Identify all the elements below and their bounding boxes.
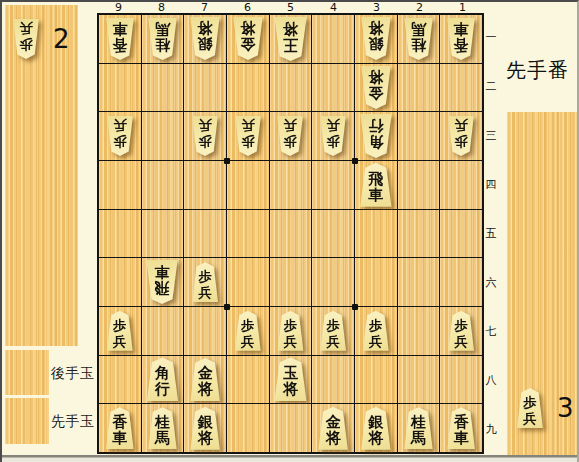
sente-king-label: 先手玉 bbox=[51, 413, 95, 431]
piece-kanji: 歩 bbox=[369, 317, 383, 333]
hoshi-dot bbox=[352, 158, 358, 164]
piece-sente-hisha[interactable]: 飛車 bbox=[359, 163, 393, 207]
rank-label-3: 三 bbox=[484, 111, 498, 160]
cell-7-5[interactable] bbox=[184, 210, 226, 258]
cell-7-8[interactable]: 金将 bbox=[184, 356, 226, 404]
piece-gote-kyo[interactable]: 香車 bbox=[105, 18, 135, 60]
cell-3-2[interactable]: 金将 bbox=[355, 64, 397, 112]
piece-kanji: 行 bbox=[368, 118, 383, 134]
cell-8-4[interactable] bbox=[142, 161, 184, 209]
piece-kanji: 銀 bbox=[368, 414, 383, 430]
piece-gote-kin[interactable]: 金将 bbox=[232, 17, 264, 60]
cell-4-8[interactable] bbox=[312, 356, 354, 404]
piece-sente-fu[interactable]: 歩兵 bbox=[447, 311, 475, 351]
piece-kanji: 金 bbox=[240, 37, 255, 53]
cell-8-5[interactable] bbox=[142, 210, 184, 258]
cell-2-4[interactable] bbox=[398, 161, 440, 209]
piece-kanji: 兵 bbox=[326, 118, 340, 134]
cell-1-7[interactable]: 歩兵 bbox=[440, 307, 482, 355]
cell-9-9[interactable]: 香車 bbox=[99, 404, 141, 452]
cell-8-2[interactable] bbox=[142, 64, 184, 112]
cell-5-5[interactable] bbox=[270, 210, 312, 258]
piece-kanji: 兵 bbox=[113, 118, 127, 134]
cell-2-6[interactable] bbox=[398, 258, 440, 306]
cell-8-9[interactable]: 桂馬 bbox=[142, 404, 184, 452]
piece-kanji: 飛 bbox=[368, 171, 383, 187]
piece-gote-fu[interactable]: 歩兵 bbox=[276, 116, 304, 156]
cell-2-5[interactable] bbox=[398, 210, 440, 258]
hoshi-dot bbox=[352, 304, 358, 310]
piece-gote-kei[interactable]: 桂馬 bbox=[403, 18, 434, 60]
cell-8-8[interactable]: 角行 bbox=[142, 356, 184, 404]
cell-7-7[interactable] bbox=[184, 307, 226, 355]
cell-8-1[interactable]: 桂馬 bbox=[142, 15, 184, 63]
cell-1-6[interactable] bbox=[440, 258, 482, 306]
piece-gote-fu[interactable]: 歩兵 bbox=[106, 116, 134, 156]
piece-sente-kin[interactable]: 金将 bbox=[317, 407, 349, 450]
piece-kanji: 兵 bbox=[241, 118, 255, 134]
hoshi-dot bbox=[224, 158, 230, 164]
piece-kanji: 兵 bbox=[284, 333, 298, 349]
piece-kanji: 銀 bbox=[198, 414, 213, 430]
piece-kanji: 馬 bbox=[411, 21, 426, 37]
piece-sente-kei[interactable]: 桂馬 bbox=[147, 407, 178, 449]
piece-kanji: 香 bbox=[112, 414, 127, 430]
gote-hand-count: 2 bbox=[53, 24, 70, 54]
cell-5-9[interactable] bbox=[270, 404, 312, 452]
piece-gote-kin[interactable]: 金将 bbox=[360, 66, 392, 109]
window-bottom-edge bbox=[2, 455, 577, 462]
rank-label-8: 八 bbox=[484, 356, 498, 405]
rank-label-4: 四 bbox=[484, 160, 498, 209]
cell-9-5[interactable] bbox=[99, 210, 141, 258]
gote-hand-slot: 歩兵2 bbox=[12, 19, 70, 59]
piece-kanji: 桂 bbox=[155, 37, 170, 53]
piece-kanji: 歩 bbox=[454, 134, 468, 150]
cell-4-1[interactable] bbox=[312, 15, 354, 63]
piece-kanji: 将 bbox=[283, 21, 298, 37]
cell-3-3[interactable]: 角行 bbox=[355, 112, 397, 160]
piece-kanji: 飛 bbox=[155, 280, 170, 296]
piece-kanji: 将 bbox=[368, 21, 383, 37]
piece-sente-fu[interactable]: 歩兵 bbox=[234, 311, 262, 351]
cell-6-2[interactable] bbox=[227, 64, 269, 112]
piece-kanji: 歩 bbox=[198, 268, 212, 284]
cell-1-3[interactable]: 歩兵 bbox=[440, 112, 482, 160]
piece-gote-fu[interactable]: 歩兵 bbox=[234, 116, 262, 156]
piece-kanji: 車 bbox=[454, 21, 469, 37]
piece-kanji: 桂 bbox=[411, 37, 426, 53]
cell-9-2[interactable] bbox=[99, 64, 141, 112]
piece-gote-gin[interactable]: 銀将 bbox=[189, 17, 221, 60]
piece-kanji: 桂 bbox=[411, 414, 426, 430]
piece-kanji: 将 bbox=[283, 381, 298, 397]
piece-kanji: 将 bbox=[198, 21, 213, 37]
piece-kanji: 兵 bbox=[198, 118, 212, 134]
piece-sente-fu[interactable]: 歩兵 bbox=[106, 311, 134, 351]
piece-kanji: 車 bbox=[112, 430, 127, 446]
piece-kanji: 兵 bbox=[454, 333, 468, 349]
piece-kanji: 兵 bbox=[454, 118, 468, 134]
piece-kanji: 角 bbox=[368, 134, 383, 150]
gote-king-tray bbox=[5, 350, 49, 395]
cell-6-7[interactable]: 歩兵 bbox=[227, 307, 269, 355]
piece-kanji: 歩 bbox=[198, 134, 212, 150]
piece-kanji: 金 bbox=[326, 414, 341, 430]
cell-5-3[interactable]: 歩兵 bbox=[270, 112, 312, 160]
cell-6-4[interactable] bbox=[227, 161, 269, 209]
cell-2-1[interactable]: 桂馬 bbox=[398, 15, 440, 63]
rank-label-6: 六 bbox=[484, 258, 498, 307]
rank-label-7: 七 bbox=[484, 307, 498, 356]
piece-gote-fu[interactable]: 歩兵 bbox=[319, 116, 347, 156]
piece-kanji: 将 bbox=[198, 381, 213, 397]
piece-kanji: 歩 bbox=[113, 134, 127, 150]
cell-6-8[interactable] bbox=[227, 356, 269, 404]
cell-5-8[interactable]: 玉将 bbox=[270, 356, 312, 404]
piece-sente-gin[interactable]: 銀将 bbox=[189, 407, 221, 450]
piece-sente-kyo[interactable]: 香車 bbox=[105, 407, 135, 449]
piece-kanji: 行 bbox=[155, 381, 170, 397]
piece-kanji: 歩 bbox=[241, 134, 255, 150]
cell-8-7[interactable] bbox=[142, 307, 184, 355]
cell-9-1[interactable]: 香車 bbox=[99, 15, 141, 63]
piece-kanji: 将 bbox=[198, 430, 213, 446]
cell-5-7[interactable]: 歩兵 bbox=[270, 307, 312, 355]
piece-gote-fu[interactable]: 歩兵 bbox=[191, 116, 219, 156]
cell-3-4[interactable]: 飛車 bbox=[355, 161, 397, 209]
piece-gote-fu[interactable]: 歩兵 bbox=[12, 19, 40, 59]
piece-kanji: 香 bbox=[112, 37, 127, 53]
cell-7-4[interactable] bbox=[184, 161, 226, 209]
piece-kanji: 馬 bbox=[411, 430, 426, 446]
piece-sente-gyoku[interactable]: 玉将 bbox=[273, 357, 308, 401]
piece-kanji: 歩 bbox=[19, 37, 33, 53]
cell-9-6[interactable] bbox=[99, 258, 141, 306]
hoshi-dot bbox=[224, 304, 230, 310]
cell-4-3[interactable]: 歩兵 bbox=[312, 112, 354, 160]
cell-2-7[interactable] bbox=[398, 307, 440, 355]
cell-2-8[interactable] bbox=[398, 356, 440, 404]
cell-4-5[interactable] bbox=[312, 210, 354, 258]
piece-kanji: 兵 bbox=[284, 118, 298, 134]
cell-4-6[interactable] bbox=[312, 258, 354, 306]
piece-kanji: 将 bbox=[368, 69, 383, 85]
piece-kanji: 車 bbox=[112, 21, 127, 37]
cell-3-8[interactable] bbox=[355, 356, 397, 404]
piece-gote-gin[interactable]: 銀将 bbox=[360, 17, 392, 60]
piece-kanji: 歩 bbox=[113, 317, 127, 333]
piece-sente-fu[interactable]: 歩兵 bbox=[276, 311, 304, 351]
cell-5-1[interactable]: 王将 bbox=[270, 15, 312, 63]
piece-kanji: 車 bbox=[454, 430, 469, 446]
cell-3-7[interactable]: 歩兵 bbox=[355, 307, 397, 355]
piece-kanji: 角 bbox=[155, 365, 170, 381]
rank-label-9: 九 bbox=[484, 405, 498, 454]
cell-3-9[interactable]: 銀将 bbox=[355, 404, 397, 452]
piece-kanji: 歩 bbox=[241, 317, 255, 333]
cell-5-6[interactable] bbox=[270, 258, 312, 306]
cell-2-3[interactable] bbox=[398, 112, 440, 160]
cell-4-4[interactable] bbox=[312, 161, 354, 209]
piece-kanji: 玉 bbox=[283, 365, 298, 381]
cell-3-5[interactable] bbox=[355, 210, 397, 258]
piece-kanji: 将 bbox=[368, 430, 383, 446]
cell-7-2[interactable] bbox=[184, 64, 226, 112]
piece-sente-fu[interactable]: 歩兵 bbox=[516, 388, 544, 428]
piece-kanji: 車 bbox=[368, 187, 383, 203]
piece-gote-kaku[interactable]: 角行 bbox=[359, 114, 393, 158]
piece-sente-kyo[interactable]: 香車 bbox=[446, 407, 476, 449]
piece-kanji: 兵 bbox=[198, 284, 212, 300]
piece-sente-kin[interactable]: 金将 bbox=[189, 358, 221, 401]
piece-kanji: 歩 bbox=[284, 134, 298, 150]
piece-gote-kei[interactable]: 桂馬 bbox=[147, 18, 178, 60]
shogi-app-window: 歩兵2 後手玉 先手玉 987654321 一二三四五六七八九 香車桂馬銀将金将… bbox=[0, 0, 579, 462]
piece-kanji: 香 bbox=[454, 414, 469, 430]
cell-3-6[interactable] bbox=[355, 258, 397, 306]
piece-sente-fu[interactable]: 歩兵 bbox=[319, 311, 347, 351]
cell-1-2[interactable] bbox=[440, 64, 482, 112]
cell-9-3[interactable]: 歩兵 bbox=[99, 112, 141, 160]
gote-komadai-tray: 歩兵2 bbox=[5, 5, 78, 346]
rank-label-1: 一 bbox=[484, 13, 498, 62]
cell-4-9[interactable]: 金将 bbox=[312, 404, 354, 452]
shogi-board: 香車桂馬銀将金将王将銀将桂馬香車金将歩兵歩兵歩兵歩兵歩兵角行歩兵飛車飛車歩兵歩兵… bbox=[97, 13, 484, 454]
piece-kanji: 香 bbox=[454, 37, 469, 53]
cell-4-7[interactable]: 歩兵 bbox=[312, 307, 354, 355]
cell-9-4[interactable] bbox=[99, 161, 141, 209]
sente-hand-count: 3 bbox=[557, 393, 574, 423]
cell-6-9[interactable] bbox=[227, 404, 269, 452]
piece-kanji: 兵 bbox=[523, 410, 537, 426]
cell-2-9[interactable]: 桂馬 bbox=[398, 404, 440, 452]
piece-kanji: 車 bbox=[155, 264, 170, 280]
piece-gote-fu[interactable]: 歩兵 bbox=[447, 116, 475, 156]
rank-coordinate-labels: 一二三四五六七八九 bbox=[484, 13, 498, 454]
piece-kanji: 将 bbox=[240, 21, 255, 37]
cell-6-5[interactable] bbox=[227, 210, 269, 258]
piece-kanji: 歩 bbox=[523, 394, 537, 410]
piece-sente-kei[interactable]: 桂馬 bbox=[403, 407, 434, 449]
piece-kanji: 歩 bbox=[454, 317, 468, 333]
piece-kanji: 桂 bbox=[155, 414, 170, 430]
piece-kanji: 歩 bbox=[326, 134, 340, 150]
piece-kanji: 金 bbox=[368, 85, 383, 101]
piece-kanji: 銀 bbox=[368, 37, 383, 53]
cell-1-1[interactable]: 香車 bbox=[440, 15, 482, 63]
piece-gote-ou[interactable]: 王将 bbox=[273, 17, 308, 61]
piece-sente-fu[interactable]: 歩兵 bbox=[362, 311, 390, 351]
gote-king-label: 後手玉 bbox=[51, 365, 95, 383]
piece-kanji: 馬 bbox=[155, 21, 170, 37]
piece-kanji: 馬 bbox=[155, 430, 170, 446]
piece-kanji: 兵 bbox=[113, 333, 127, 349]
cell-5-2[interactable] bbox=[270, 64, 312, 112]
cell-9-7[interactable]: 歩兵 bbox=[99, 307, 141, 355]
cell-1-8[interactable] bbox=[440, 356, 482, 404]
cell-7-6[interactable]: 歩兵 bbox=[184, 258, 226, 306]
sente-hand-slot: 歩兵3 bbox=[516, 388, 574, 428]
cell-5-4[interactable] bbox=[270, 161, 312, 209]
cell-6-6[interactable] bbox=[227, 258, 269, 306]
piece-sente-gin[interactable]: 銀将 bbox=[360, 407, 392, 450]
sente-komadai-tray: 歩兵3 bbox=[507, 112, 579, 457]
piece-kanji: 歩 bbox=[326, 317, 340, 333]
cell-2-2[interactable] bbox=[398, 64, 440, 112]
cell-7-9[interactable]: 銀将 bbox=[184, 404, 226, 452]
piece-kanji: 歩 bbox=[284, 317, 298, 333]
piece-gote-kyo[interactable]: 香車 bbox=[446, 18, 476, 60]
rank-label-5: 五 bbox=[484, 209, 498, 258]
cell-8-3[interactable] bbox=[142, 112, 184, 160]
piece-kanji: 兵 bbox=[241, 333, 255, 349]
cell-7-3[interactable]: 歩兵 bbox=[184, 112, 226, 160]
piece-kanji: 兵 bbox=[19, 21, 33, 37]
piece-gote-hisha[interactable]: 飛車 bbox=[145, 260, 179, 304]
piece-kanji: 兵 bbox=[369, 333, 383, 349]
piece-kanji: 兵 bbox=[326, 333, 340, 349]
cell-8-6[interactable]: 飛車 bbox=[142, 258, 184, 306]
cell-7-1[interactable]: 銀将 bbox=[184, 15, 226, 63]
turn-indicator: 先手番 bbox=[506, 57, 569, 84]
piece-sente-fu[interactable]: 歩兵 bbox=[191, 262, 219, 302]
cell-4-2[interactable] bbox=[312, 64, 354, 112]
piece-kanji: 金 bbox=[198, 365, 213, 381]
cell-3-1[interactable]: 銀将 bbox=[355, 15, 397, 63]
piece-kanji: 銀 bbox=[198, 37, 213, 53]
cell-6-1[interactable]: 金将 bbox=[227, 15, 269, 63]
rank-label-2: 二 bbox=[484, 62, 498, 111]
cell-1-5[interactable] bbox=[440, 210, 482, 258]
piece-kanji: 将 bbox=[326, 430, 341, 446]
cell-1-9[interactable]: 香車 bbox=[440, 404, 482, 452]
piece-kanji: 王 bbox=[283, 37, 298, 53]
cell-6-3[interactable]: 歩兵 bbox=[227, 112, 269, 160]
piece-sente-kaku[interactable]: 角行 bbox=[145, 357, 179, 401]
sente-king-tray bbox=[5, 398, 49, 444]
cell-1-4[interactable] bbox=[440, 161, 482, 209]
cell-9-8[interactable] bbox=[99, 356, 141, 404]
